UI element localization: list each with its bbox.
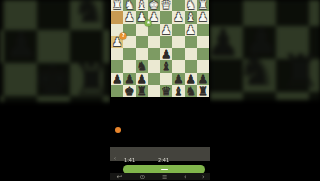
piece-bP-b7: ♟ [185, 73, 195, 85]
best-move-badge: ★ [145, 20, 152, 27]
blurred-piece-icon: ♜ [72, 58, 111, 102]
square-d3[interactable]: ♟ [160, 24, 172, 36]
square-h8[interactable] [111, 85, 123, 97]
piece-bB-d6: ♝ [161, 60, 171, 72]
square-b6[interactable] [185, 60, 197, 72]
piece-bN-f6: ♞ [136, 60, 146, 72]
piece-bK-g8: ♚ [124, 85, 134, 97]
bottom-nav: ↩⊙≡‹› [110, 173, 210, 181]
circle-icon[interactable]: ⊙ [139, 173, 145, 180]
square-a4[interactable] [197, 36, 209, 48]
piece-bN-b8: ♞ [185, 85, 195, 97]
square-f7[interactable]: ♟ [136, 73, 148, 85]
piece-bR-a8: ♜ [198, 85, 208, 97]
blurred-piece-icon: ♞ [237, 48, 276, 92]
square-h1[interactable]: ♜ [111, 0, 123, 11]
square-e6[interactable] [148, 60, 160, 72]
square-e5[interactable] [148, 48, 160, 60]
square-g2[interactable]: ♟ [123, 11, 135, 23]
square-c4[interactable] [172, 36, 184, 48]
square-g6[interactable] [123, 60, 135, 72]
square-b8[interactable]: ♞ [185, 85, 197, 97]
square-b3[interactable]: ♟ [185, 24, 197, 36]
square-b5[interactable] [185, 48, 197, 60]
square-g8[interactable]: ♚ [123, 85, 135, 97]
square-c3[interactable] [172, 24, 184, 36]
piece-bR-f8: ♜ [136, 85, 146, 97]
piece-bP-a7: ♟ [198, 73, 208, 85]
square-h5[interactable] [111, 48, 123, 60]
piece-wR-h1: ♜ [112, 0, 122, 11]
button-ellipsis-icon [161, 169, 168, 171]
piece-wP-b3: ♟ [185, 24, 195, 36]
square-e7[interactable] [148, 73, 160, 85]
square-a5[interactable] [197, 48, 209, 60]
blurred-piece-icon: ♚ [33, 58, 72, 102]
next-move-icon[interactable]: › [201, 173, 204, 180]
piece-wB-b2: ♝ [185, 11, 195, 23]
square-f4[interactable] [136, 36, 148, 48]
piece-bP-f7: ♟ [136, 73, 146, 85]
square-e8[interactable] [148, 85, 160, 97]
square-d6[interactable]: ♝ [160, 60, 172, 72]
square-c8[interactable]: ♝ [172, 85, 184, 97]
piece-bB-c8: ♝ [173, 85, 183, 97]
square-b2[interactable]: ♝ [185, 11, 197, 23]
review-bar: ‹ 1:41 2:41 [110, 147, 210, 161]
square-d1[interactable]: ♛ [160, 0, 172, 11]
piece-wP-d3: ♟ [161, 24, 171, 36]
square-d2[interactable] [160, 11, 172, 23]
square-b4[interactable] [185, 36, 197, 48]
square-h6[interactable] [111, 60, 123, 72]
square-a2[interactable]: ♟ [197, 11, 209, 23]
square-h2[interactable] [111, 11, 123, 23]
square-d8[interactable]: ♛ [160, 85, 172, 97]
collapse-icon[interactable]: ‹ [114, 149, 118, 168]
square-d7[interactable] [160, 73, 172, 85]
square-c2[interactable]: ♟ [172, 11, 184, 23]
square-c5[interactable] [172, 48, 184, 60]
square-f6[interactable]: ♞ [136, 60, 148, 72]
square-a6[interactable] [197, 60, 209, 72]
screenshot-stage: ♞♟♚♜ ♟♟♞♜ ♜♞♝♚♛♞♜♟♟♟♟♝♟♟♟♟♟♞♝♟♟♟♟♟♟♚♜♛♝♞… [0, 0, 320, 180]
board: ♜♞♝♚♛♞♜♟♟♟♟♝♟♟♟♟♟♞♝♟♟♟♟♟♟♚♜♛♝♞♜?★ [111, 0, 209, 97]
square-c6[interactable] [172, 60, 184, 72]
square-c7[interactable]: ♟ [172, 73, 184, 85]
background-right-blur: ♟♟♞♜ [210, 0, 320, 100]
square-e4[interactable] [148, 36, 160, 48]
square-h7[interactable]: ♟ [111, 73, 123, 85]
prev-move-icon[interactable]: ‹ [184, 173, 187, 180]
orange-dot-icon [115, 127, 121, 133]
piece-wP-a2: ♟ [198, 11, 208, 23]
piece-wP-g2: ♟ [124, 11, 134, 23]
blurred-piece-icon: ♟ [206, 24, 240, 62]
square-a3[interactable] [197, 24, 209, 36]
piece-bP-h7: ♟ [112, 73, 122, 85]
square-a7[interactable]: ♟ [197, 73, 209, 85]
menu-icon[interactable]: ≡ [162, 173, 168, 180]
mistake-badge: ? [120, 32, 127, 39]
piece-wQ-d1: ♛ [161, 0, 171, 11]
piece-bP-c7: ♟ [173, 73, 183, 85]
piece-wP-c2: ♟ [173, 11, 183, 23]
square-a8[interactable]: ♜ [197, 85, 209, 97]
piece-bP-g7: ♟ [124, 73, 134, 85]
square-f8[interactable]: ♜ [136, 85, 148, 97]
background-left-blur: ♞♟♚♜ [0, 0, 110, 102]
square-g5[interactable] [123, 48, 135, 60]
app-screen: ♜♞♝♚♛♞♜♟♟♟♟♝♟♟♟♟♟♞♝♟♟♟♟♟♟♚♜♛♝♞♜?★ ‹ 1:41… [110, 0, 210, 180]
blurred-piece-icon: ♜ [280, 48, 320, 94]
square-g7[interactable]: ♟ [123, 73, 135, 85]
square-b7[interactable]: ♟ [185, 73, 197, 85]
undo-icon[interactable]: ↩ [117, 173, 123, 180]
blurred-piece-icon: ♞ [72, 0, 106, 28]
piece-bQ-d8: ♛ [161, 85, 171, 97]
